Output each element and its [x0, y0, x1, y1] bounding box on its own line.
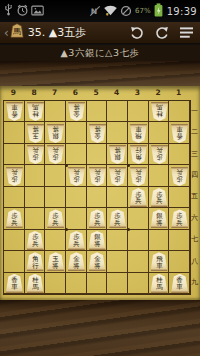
rank-label-1: 一 — [189, 100, 200, 121]
koma-57-sente[interactable]: 銀将 — [89, 231, 106, 250]
koma-28-sente[interactable]: 飛車 — [151, 252, 168, 271]
gote-hand-area — [0, 61, 200, 86]
undo-button[interactable] — [129, 25, 145, 41]
usb-icon — [3, 2, 14, 21]
app-icon[interactable]: 馬 — [10, 23, 24, 42]
rank-label-9: 九 — [189, 272, 200, 293]
koma-96-sente[interactable]: 歩兵 — [6, 209, 23, 228]
file-label-2: 2 — [148, 87, 169, 99]
battery-icon — [154, 2, 163, 21]
star-point — [127, 228, 130, 231]
koma-29-sente[interactable]: 桂馬 — [151, 274, 168, 293]
file-label-5: 5 — [86, 87, 107, 99]
alarm-clock-icon — [16, 2, 29, 21]
svg-text:馬: 馬 — [12, 26, 21, 36]
rank-label-2: 二 — [189, 121, 200, 142]
koma-67-sente[interactable]: 歩兵 — [68, 231, 85, 250]
file-label-7: 7 — [44, 87, 65, 99]
koma-89-sente[interactable]: 桂馬 — [27, 274, 44, 293]
shogi-board[interactable]: 香車桂馬金将桂馬玉将銀将金将飛車香車歩兵歩兵銀将角行歩兵歩兵歩兵歩兵歩兵歩兵歩兵… — [0, 86, 200, 300]
app-screen: N 67% 19:39 ‹ 馬 35. ▲3五歩 ▲3六銀に△3七歩 香車桂馬金… — [0, 0, 200, 356]
file-label-9: 9 — [3, 87, 24, 99]
rank-label-5: 五 — [189, 186, 200, 207]
battery-percent: 67% — [135, 7, 151, 15]
koma-35-sente[interactable]: 歩兵 — [130, 188, 147, 207]
rank-label-3: 三 — [189, 143, 200, 164]
redo-button[interactable] — [154, 25, 170, 41]
koma-25-sente[interactable]: 歩兵 — [151, 188, 168, 207]
koma-19-sente[interactable]: 香車 — [171, 274, 188, 293]
koma-87-sente[interactable]: 歩兵 — [27, 231, 44, 250]
move-list-button[interactable] — [179, 26, 194, 39]
move-title: 35. ▲3五歩 — [28, 25, 129, 40]
back-caret[interactable]: ‹ — [4, 27, 9, 39]
koma-56-sente[interactable]: 歩兵 — [89, 209, 106, 228]
comment-bar: ▲3六銀に△3七歩 — [0, 45, 200, 61]
koma-88-sente[interactable]: 角行 — [27, 252, 44, 271]
koma-26-sente[interactable]: 銀将 — [151, 209, 168, 228]
star-point — [65, 228, 68, 231]
rank-label-8: 八 — [189, 250, 200, 271]
file-label-8: 8 — [24, 87, 45, 99]
koma-46-sente[interactable]: 歩兵 — [109, 209, 126, 228]
sente-hand-area — [0, 300, 200, 356]
koma-99-sente[interactable]: 香車 — [6, 274, 23, 293]
status-bar: N 67% 19:39 — [0, 0, 200, 22]
koma-78-sente[interactable]: 玉将 — [47, 252, 64, 271]
rank-label-4: 四 — [189, 164, 200, 185]
interruptions-off-icon — [120, 2, 132, 21]
koma-58-sente[interactable]: 金将 — [89, 252, 106, 271]
nfc-off-icon: N — [89, 2, 101, 21]
file-label-6: 6 — [65, 87, 86, 99]
koma-68-sente[interactable]: 金将 — [68, 252, 85, 271]
rank-label-6: 六 — [189, 207, 200, 228]
koma-76-sente[interactable]: 歩兵 — [47, 209, 64, 228]
star-point — [127, 164, 130, 167]
status-clock: 19:39 — [167, 6, 197, 17]
gallery-icon — [31, 2, 44, 21]
title-bar: ‹ 馬 35. ▲3五歩 — [0, 22, 200, 44]
wifi-icon — [103, 2, 118, 21]
rank-label-7: 七 — [189, 229, 200, 250]
star-point — [65, 164, 68, 167]
koma-16-sente[interactable]: 歩兵 — [171, 209, 188, 228]
variation-comment: ▲3六銀に△3七歩 — [61, 47, 140, 60]
file-label-4: 4 — [106, 87, 127, 99]
file-label-3: 3 — [127, 87, 148, 99]
file-label-1: 1 — [168, 87, 189, 99]
